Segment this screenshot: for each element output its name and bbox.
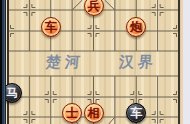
- piece-character: 兵: [88, 0, 100, 12]
- piece-character: 车: [130, 107, 142, 119]
- piece-character: 炮: [130, 21, 142, 33]
- piece-character: 士: [66, 107, 78, 119]
- piece-black-chariot[interactable]: 车: [126, 103, 146, 123]
- piece-red-cannon[interactable]: 炮: [126, 17, 146, 37]
- piece-red-chariot[interactable]: 车: [41, 17, 61, 37]
- board-right-margin: [183, 0, 190, 124]
- piece-character: 马: [6, 87, 18, 99]
- piece-character: 车: [45, 21, 57, 33]
- window-left-edge: [0, 0, 6, 124]
- piece-red-elephant[interactable]: 相: [84, 103, 104, 123]
- piece-red-advisor[interactable]: 士: [62, 103, 82, 123]
- piece-character: 相: [88, 107, 100, 119]
- xiangqi-screenshot: 楚河 汉界 兵车炮马士相车: [0, 0, 190, 124]
